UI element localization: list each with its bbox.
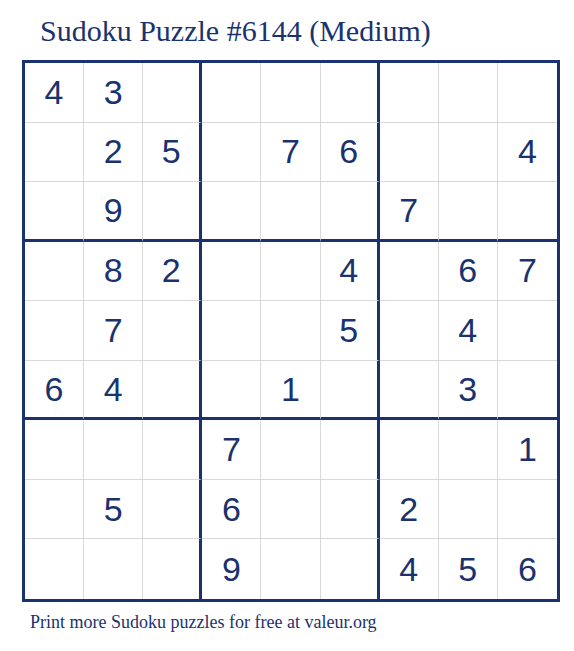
cell-r2c8 bbox=[439, 123, 498, 183]
cell-r5c7 bbox=[380, 301, 439, 361]
cell-r2c4 bbox=[202, 123, 261, 183]
sudoku-page: Sudoku Puzzle #6144 (Medium) 43257649782… bbox=[0, 0, 574, 651]
cell-r3c4 bbox=[202, 182, 261, 242]
sudoku-board: 432576497824677546413715629456 bbox=[22, 60, 560, 602]
cell-r6c1: 6 bbox=[25, 361, 84, 421]
footer-text: Print more Sudoku puzzles for free at va… bbox=[30, 612, 377, 633]
cell-r2c3: 5 bbox=[143, 123, 202, 183]
cell-r9c8: 5 bbox=[439, 539, 498, 599]
cell-r2c2: 2 bbox=[84, 123, 143, 183]
cell-r3c5 bbox=[261, 182, 320, 242]
cell-r4c4 bbox=[202, 242, 261, 302]
cell-r5c3 bbox=[143, 301, 202, 361]
cell-r5c4 bbox=[202, 301, 261, 361]
cell-r5c8: 4 bbox=[439, 301, 498, 361]
cell-r1c9 bbox=[498, 63, 557, 123]
cell-r4c1 bbox=[25, 242, 84, 302]
cell-r1c6 bbox=[321, 63, 380, 123]
cell-r8c4: 6 bbox=[202, 480, 261, 540]
cell-r2c7 bbox=[380, 123, 439, 183]
cell-r8c2: 5 bbox=[84, 480, 143, 540]
cell-r7c7 bbox=[380, 420, 439, 480]
cell-r3c9 bbox=[498, 182, 557, 242]
cell-r8c8 bbox=[439, 480, 498, 540]
cell-r1c7 bbox=[380, 63, 439, 123]
cell-r6c8: 3 bbox=[439, 361, 498, 421]
cell-r7c2 bbox=[84, 420, 143, 480]
cell-r2c9: 4 bbox=[498, 123, 557, 183]
cell-r1c3 bbox=[143, 63, 202, 123]
cell-r7c1 bbox=[25, 420, 84, 480]
cell-r6c7 bbox=[380, 361, 439, 421]
cell-r1c4 bbox=[202, 63, 261, 123]
cell-r8c9 bbox=[498, 480, 557, 540]
cell-r4c8: 6 bbox=[439, 242, 498, 302]
cell-r8c1 bbox=[25, 480, 84, 540]
cell-r6c6 bbox=[321, 361, 380, 421]
cell-r9c2 bbox=[84, 539, 143, 599]
cell-r8c7: 2 bbox=[380, 480, 439, 540]
cell-r2c5: 7 bbox=[261, 123, 320, 183]
cell-r7c8 bbox=[439, 420, 498, 480]
cell-r1c5 bbox=[261, 63, 320, 123]
cell-r3c7: 7 bbox=[380, 182, 439, 242]
cell-r4c3: 2 bbox=[143, 242, 202, 302]
cell-r6c4 bbox=[202, 361, 261, 421]
cell-r5c5 bbox=[261, 301, 320, 361]
cell-r1c2: 3 bbox=[84, 63, 143, 123]
cell-r7c3 bbox=[143, 420, 202, 480]
cell-r9c4: 9 bbox=[202, 539, 261, 599]
cell-r6c2: 4 bbox=[84, 361, 143, 421]
cell-r9c6 bbox=[321, 539, 380, 599]
cell-r7c4: 7 bbox=[202, 420, 261, 480]
cell-r3c2: 9 bbox=[84, 182, 143, 242]
cell-r3c8 bbox=[439, 182, 498, 242]
cell-r8c5 bbox=[261, 480, 320, 540]
cell-r7c5 bbox=[261, 420, 320, 480]
cell-r5c2: 7 bbox=[84, 301, 143, 361]
cell-r4c5 bbox=[261, 242, 320, 302]
cell-r1c1: 4 bbox=[25, 63, 84, 123]
cell-r5c6: 5 bbox=[321, 301, 380, 361]
cell-r9c5 bbox=[261, 539, 320, 599]
cell-r3c3 bbox=[143, 182, 202, 242]
cell-r5c1 bbox=[25, 301, 84, 361]
cell-r6c9 bbox=[498, 361, 557, 421]
cell-r7c9: 1 bbox=[498, 420, 557, 480]
cell-r4c7 bbox=[380, 242, 439, 302]
cell-r8c3 bbox=[143, 480, 202, 540]
cell-r4c2: 8 bbox=[84, 242, 143, 302]
cell-r1c8 bbox=[439, 63, 498, 123]
cell-r4c9: 7 bbox=[498, 242, 557, 302]
cell-r4c6: 4 bbox=[321, 242, 380, 302]
cell-r2c6: 6 bbox=[321, 123, 380, 183]
cell-r3c6 bbox=[321, 182, 380, 242]
page-title: Sudoku Puzzle #6144 (Medium) bbox=[40, 14, 431, 48]
cell-r2c1 bbox=[25, 123, 84, 183]
cell-r9c7: 4 bbox=[380, 539, 439, 599]
cell-r9c1 bbox=[25, 539, 84, 599]
cell-r5c9 bbox=[498, 301, 557, 361]
cell-r3c1 bbox=[25, 182, 84, 242]
cell-r9c3 bbox=[143, 539, 202, 599]
cell-r6c3 bbox=[143, 361, 202, 421]
cell-r7c6 bbox=[321, 420, 380, 480]
cell-r6c5: 1 bbox=[261, 361, 320, 421]
cell-r9c9: 6 bbox=[498, 539, 557, 599]
cell-r8c6 bbox=[321, 480, 380, 540]
